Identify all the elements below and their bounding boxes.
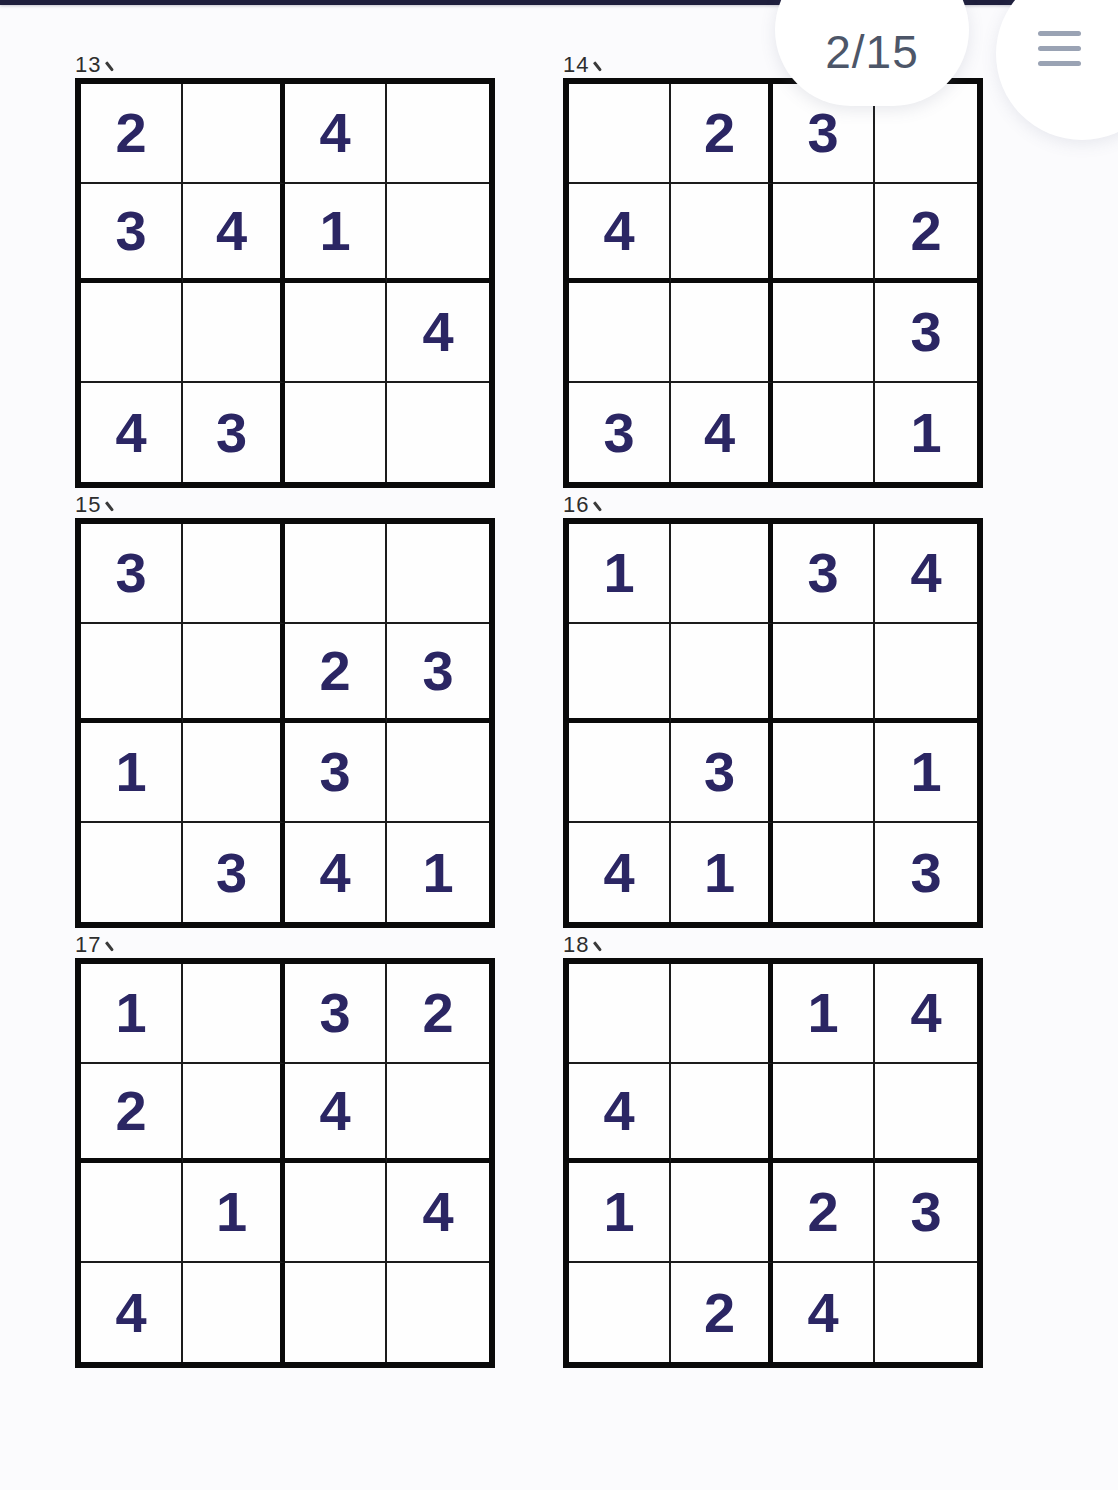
- puzzle-15-cell-r4c4: 1: [387, 823, 489, 923]
- puzzle-17-cell-r1c1: 1: [81, 964, 183, 1064]
- puzzle-18-cell-r3c2: [671, 1163, 773, 1263]
- puzzle-18: 1814412324: [563, 932, 983, 1368]
- puzzle-15-cell-r1c2: [183, 524, 285, 624]
- puzzle-18-cell-r1c4: 4: [875, 964, 977, 1064]
- puzzle-13-cell-r1c2: [183, 84, 285, 184]
- ideographic-comma-icon: [592, 497, 604, 513]
- puzzle-13-cell-r2c2: 4: [183, 184, 285, 284]
- puzzle-18-label: 18: [563, 932, 983, 958]
- puzzle-14-cell-r2c1: 4: [569, 184, 671, 284]
- puzzle-16-cell-r3c2: 3: [671, 723, 773, 823]
- puzzle-13-cell-r1c3: 4: [285, 84, 387, 184]
- puzzle-14-cell-r2c3: [773, 184, 875, 284]
- puzzle-15-label: 15: [75, 492, 495, 518]
- puzzle-18-cell-r1c2: [671, 964, 773, 1064]
- puzzle-15-cell-r1c3: [285, 524, 387, 624]
- puzzle-16-cell-r3c3: [773, 723, 875, 823]
- puzzle-16-cell-r4c1: 4: [569, 823, 671, 923]
- puzzle-13-cell-r1c4: [387, 84, 489, 184]
- hamburger-icon: [1038, 31, 1081, 66]
- puzzle-17-cell-r4c3: [285, 1263, 387, 1363]
- puzzle-14-cell-r1c1: [569, 84, 671, 184]
- puzzle-16-cell-r2c1: [569, 624, 671, 724]
- puzzle-13-cell-r1c1: 2: [81, 84, 183, 184]
- puzzle-15-cell-r2c4: 3: [387, 624, 489, 724]
- puzzle-16-cell-r4c4: 3: [875, 823, 977, 923]
- puzzle-18-cell-r2c2: [671, 1064, 773, 1164]
- ideographic-comma-icon: [592, 57, 604, 73]
- puzzle-13-cell-r4c2: 3: [183, 383, 285, 483]
- puzzle-15-cell-r3c3: 3: [285, 723, 387, 823]
- puzzle-15-cell-r4c2: 3: [183, 823, 285, 923]
- puzzle-14-cell-r2c2: [671, 184, 773, 284]
- puzzle-17-cell-r3c1: [81, 1163, 183, 1263]
- puzzle-16: 1613431413: [563, 492, 983, 928]
- sudoku-board-14: 23423341: [563, 78, 983, 488]
- sudoku-board-16: 13431413: [563, 518, 983, 928]
- puzzle-17-cell-r4c4: [387, 1263, 489, 1363]
- puzzle-13-cell-r3c4: 4: [387, 283, 489, 383]
- puzzle-14-cell-r3c4: 3: [875, 283, 977, 383]
- puzzle-15-cell-r2c2: [183, 624, 285, 724]
- puzzle-14-cell-r4c4: 1: [875, 383, 977, 483]
- puzzle-14-cell-r4c2: 4: [671, 383, 773, 483]
- puzzle-14-cell-r3c1: [569, 283, 671, 383]
- page-indicator-text: 2/15: [825, 25, 919, 79]
- puzzle-13-label: 13: [75, 52, 495, 78]
- puzzle-17-cell-r4c2: [183, 1263, 285, 1363]
- puzzle-16-cell-r1c2: [671, 524, 773, 624]
- puzzle-13-cell-r4c4: [387, 383, 489, 483]
- puzzle-16-cell-r2c2: [671, 624, 773, 724]
- puzzle-13-cell-r4c1: 4: [81, 383, 183, 483]
- puzzle-13-cell-r2c4: [387, 184, 489, 284]
- puzzle-number: 13: [75, 53, 101, 77]
- puzzle-14-cell-r3c3: [773, 283, 875, 383]
- sudoku-board-18: 14412324: [563, 958, 983, 1368]
- puzzle-13-cell-r3c2: [183, 283, 285, 383]
- puzzle-17-cell-r2c2: [183, 1064, 285, 1164]
- puzzle-18-cell-r2c1: 4: [569, 1064, 671, 1164]
- ideographic-comma-icon: [104, 937, 116, 953]
- ideographic-comma-icon: [104, 497, 116, 513]
- puzzle-17-cell-r2c4: [387, 1064, 489, 1164]
- puzzle-17-label: 17: [75, 932, 495, 958]
- puzzle-16-cell-r4c2: 1: [671, 823, 773, 923]
- puzzle-16-cell-r3c1: [569, 723, 671, 823]
- puzzle-18-cell-r4c1: [569, 1263, 671, 1363]
- puzzle-17-cell-r3c3: [285, 1163, 387, 1263]
- puzzle-14-cell-r4c1: 3: [569, 383, 671, 483]
- puzzle-18-cell-r3c4: 3: [875, 1163, 977, 1263]
- puzzle-18-cell-r4c2: 2: [671, 1263, 773, 1363]
- puzzle-13-cell-r3c3: [285, 283, 387, 383]
- puzzle-17: 1713224144: [75, 932, 495, 1368]
- puzzle-15-cell-r1c4: [387, 524, 489, 624]
- puzzle-16-cell-r2c3: [773, 624, 875, 724]
- puzzle-17-cell-r2c1: 2: [81, 1064, 183, 1164]
- puzzle-13-cell-r3c1: [81, 283, 183, 383]
- puzzle-16-cell-r4c3: [773, 823, 875, 923]
- puzzle-18-cell-r3c3: 2: [773, 1163, 875, 1263]
- puzzle-number: 14: [563, 53, 589, 77]
- puzzle-17-cell-r1c2: [183, 964, 285, 1064]
- puzzle-13: 1324341443: [75, 52, 495, 488]
- puzzle-13-cell-r4c3: [285, 383, 387, 483]
- puzzle-13-cell-r2c1: 3: [81, 184, 183, 284]
- puzzle-15-cell-r3c4: [387, 723, 489, 823]
- sudoku-board-15: 32313341: [75, 518, 495, 928]
- puzzle-17-cell-r3c2: 1: [183, 1163, 285, 1263]
- puzzle-17-cell-r3c4: 4: [387, 1163, 489, 1263]
- puzzle-number: 15: [75, 493, 101, 517]
- puzzle-16-label: 16: [563, 492, 983, 518]
- puzzle-number: 17: [75, 933, 101, 957]
- puzzle-15-cell-r2c3: 2: [285, 624, 387, 724]
- puzzle-18-cell-r4c4: [875, 1263, 977, 1363]
- sudoku-board-17: 13224144: [75, 958, 495, 1368]
- reader-page: 1324341443142342334115323133411613431413…: [0, 0, 1118, 1490]
- puzzle-18-cell-r2c3: [773, 1064, 875, 1164]
- puzzle-18-cell-r1c1: [569, 964, 671, 1064]
- ideographic-comma-icon: [592, 937, 604, 953]
- puzzle-15-cell-r4c1: [81, 823, 183, 923]
- puzzle-16-cell-r3c4: 1: [875, 723, 977, 823]
- puzzle-15-cell-r4c3: 4: [285, 823, 387, 923]
- puzzle-number: 16: [563, 493, 589, 517]
- puzzle-18-cell-r2c4: [875, 1064, 977, 1164]
- puzzle-16-cell-r1c1: 1: [569, 524, 671, 624]
- puzzle-18-cell-r3c1: 1: [569, 1163, 671, 1263]
- puzzle-15-cell-r3c1: 1: [81, 723, 183, 823]
- puzzle-16-cell-r1c3: 3: [773, 524, 875, 624]
- sudoku-board-13: 24341443: [75, 78, 495, 488]
- puzzle-number: 18: [563, 933, 589, 957]
- puzzle-14-cell-r4c3: [773, 383, 875, 483]
- puzzle-16-cell-r2c4: [875, 624, 977, 724]
- ideographic-comma-icon: [104, 57, 116, 73]
- puzzle-17-cell-r1c3: 3: [285, 964, 387, 1064]
- puzzle-13-cell-r2c3: 1: [285, 184, 387, 284]
- puzzle-17-cell-r1c4: 2: [387, 964, 489, 1064]
- puzzle-14-cell-r2c4: 2: [875, 184, 977, 284]
- puzzle-14: 1423423341: [563, 52, 983, 488]
- puzzle-15-cell-r3c2: [183, 723, 285, 823]
- puzzle-14-cell-r1c2: 2: [671, 84, 773, 184]
- puzzle-16-cell-r1c4: 4: [875, 524, 977, 624]
- puzzle-17-cell-r4c1: 4: [81, 1263, 183, 1363]
- puzzle-15: 1532313341: [75, 492, 495, 928]
- puzzle-17-cell-r2c3: 4: [285, 1064, 387, 1164]
- puzzle-14-cell-r3c2: [671, 283, 773, 383]
- puzzle-18-cell-r1c3: 1: [773, 964, 875, 1064]
- puzzle-15-cell-r1c1: 3: [81, 524, 183, 624]
- puzzle-18-cell-r4c3: 4: [773, 1263, 875, 1363]
- menu-button[interactable]: [996, 0, 1118, 140]
- puzzle-15-cell-r2c1: [81, 624, 183, 724]
